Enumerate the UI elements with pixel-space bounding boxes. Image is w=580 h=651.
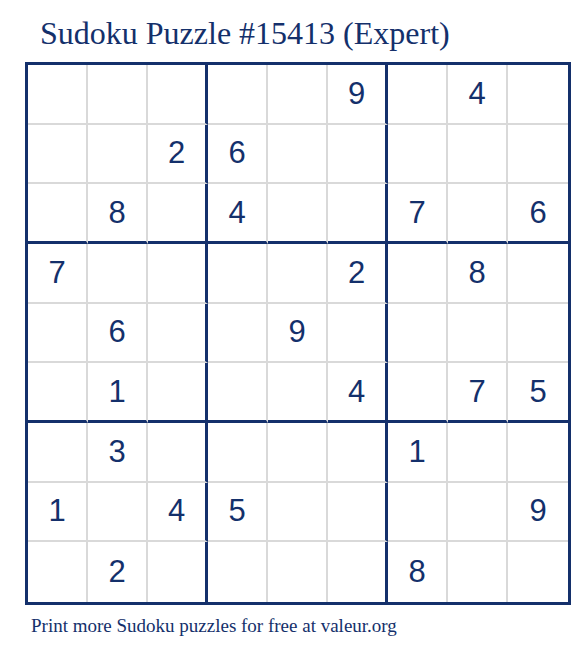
cell-r9c7: 8 [388, 542, 448, 602]
cell-r4c3 [148, 244, 208, 304]
cell-r9c1 [28, 542, 88, 602]
sudoku-board: 9426847672869147531145928 [25, 62, 571, 605]
cell-r8c1: 1 [28, 483, 88, 543]
cell-r5c7 [388, 304, 448, 364]
cell-r4c7 [388, 244, 448, 304]
cell-r4c1: 7 [28, 244, 88, 304]
cell-r3c7: 7 [388, 184, 448, 244]
cell-r7c4 [208, 423, 268, 483]
cell-r2c8 [448, 125, 508, 185]
cell-r4c2 [88, 244, 148, 304]
cell-r5c4 [208, 304, 268, 364]
cell-r4c8: 8 [448, 244, 508, 304]
cell-r5c8 [448, 304, 508, 364]
cell-r8c9: 9 [508, 483, 568, 543]
cell-r8c8 [448, 483, 508, 543]
cell-r1c6: 9 [328, 65, 388, 125]
cell-r9c2: 2 [88, 542, 148, 602]
cell-r6c1 [28, 363, 88, 423]
cell-r9c9 [508, 542, 568, 602]
cell-r4c9 [508, 244, 568, 304]
cell-r2c5 [268, 125, 328, 185]
cell-r7c5 [268, 423, 328, 483]
cell-r8c4: 5 [208, 483, 268, 543]
cell-r1c1 [28, 65, 88, 125]
cell-r5c3 [148, 304, 208, 364]
cell-r8c2 [88, 483, 148, 543]
cell-r5c6 [328, 304, 388, 364]
cell-r3c4: 4 [208, 184, 268, 244]
cell-r3c3 [148, 184, 208, 244]
cell-r3c8 [448, 184, 508, 244]
cell-r9c3 [148, 542, 208, 602]
cell-r2c7 [388, 125, 448, 185]
cell-r5c1 [28, 304, 88, 364]
cell-r1c7 [388, 65, 448, 125]
cell-r6c3 [148, 363, 208, 423]
cell-r9c6 [328, 542, 388, 602]
cell-r4c5 [268, 244, 328, 304]
cell-r5c2: 6 [88, 304, 148, 364]
cell-r5c5: 9 [268, 304, 328, 364]
cell-r8c6 [328, 483, 388, 543]
page-title: Sudoku Puzzle #15413 (Expert) [40, 16, 450, 51]
cell-r1c3 [148, 65, 208, 125]
cell-r3c5 [268, 184, 328, 244]
cell-r8c3: 4 [148, 483, 208, 543]
cell-r6c7 [388, 363, 448, 423]
cell-r3c1 [28, 184, 88, 244]
cell-r7c8 [448, 423, 508, 483]
cell-r7c1 [28, 423, 88, 483]
cell-r6c2: 1 [88, 363, 148, 423]
cell-r2c1 [28, 125, 88, 185]
cell-r6c8: 7 [448, 363, 508, 423]
footer-text: Print more Sudoku puzzles for free at va… [31, 615, 397, 637]
cell-r4c4 [208, 244, 268, 304]
cell-r8c5 [268, 483, 328, 543]
cell-r6c5 [268, 363, 328, 423]
cell-r7c3 [148, 423, 208, 483]
cell-r8c7 [388, 483, 448, 543]
cell-r1c8: 4 [448, 65, 508, 125]
cell-r9c8 [448, 542, 508, 602]
cell-r6c9: 5 [508, 363, 568, 423]
cell-r2c2 [88, 125, 148, 185]
cell-r6c4 [208, 363, 268, 423]
cell-r1c4 [208, 65, 268, 125]
cell-r3c9: 6 [508, 184, 568, 244]
cell-r7c9 [508, 423, 568, 483]
cell-r5c9 [508, 304, 568, 364]
cell-r7c6 [328, 423, 388, 483]
cell-r7c2: 3 [88, 423, 148, 483]
cell-r1c2 [88, 65, 148, 125]
cell-r1c5 [268, 65, 328, 125]
sudoku-page: Sudoku Puzzle #15413 (Expert) 9426847672… [0, 0, 580, 651]
cell-r6c6: 4 [328, 363, 388, 423]
cell-r2c9 [508, 125, 568, 185]
cell-r4c6: 2 [328, 244, 388, 304]
cell-r2c6 [328, 125, 388, 185]
cell-r3c6 [328, 184, 388, 244]
cell-r3c2: 8 [88, 184, 148, 244]
cell-r2c4: 6 [208, 125, 268, 185]
cell-r7c7: 1 [388, 423, 448, 483]
cell-r2c3: 2 [148, 125, 208, 185]
cell-r9c4 [208, 542, 268, 602]
cell-r1c9 [508, 65, 568, 125]
cell-r9c5 [268, 542, 328, 602]
